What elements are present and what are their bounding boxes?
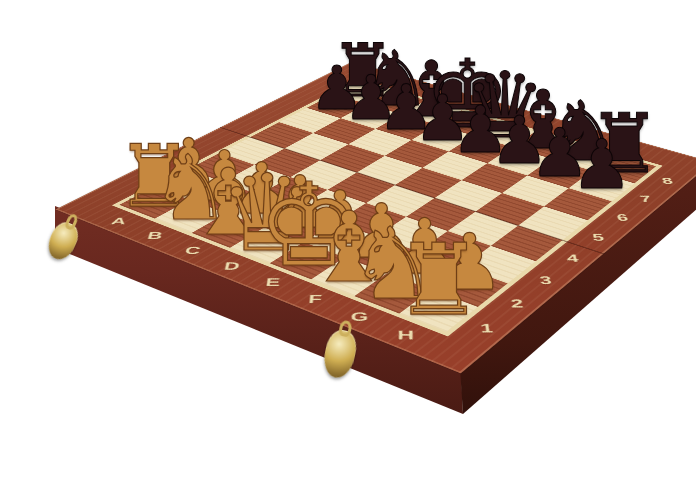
chess-board: ABCDEFGH 87654321 — [56, 62, 696, 374]
brass-clasp-front — [320, 327, 359, 380]
rank-label-1: 1 — [464, 313, 509, 344]
brass-clasp-left — [43, 218, 82, 263]
board-squares-grid — [112, 79, 663, 337]
file-label-H: H — [377, 324, 436, 347]
product-photo-wooden-chess-set: { "game": "chess", "position": { "fen": … — [0, 0, 696, 490]
